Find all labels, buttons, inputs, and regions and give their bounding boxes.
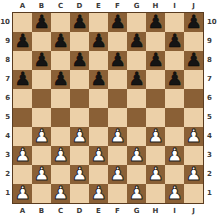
square-d4[interactable]: ♟ — [70, 127, 89, 146]
square-h4[interactable]: ♟ — [146, 127, 165, 146]
white-pawn[interactable]: ♟ — [71, 165, 87, 183]
square-j3[interactable] — [184, 146, 203, 165]
square-e4[interactable] — [89, 127, 108, 146]
rank-labels-left: 10987654321 — [0, 13, 12, 203]
file-label-j-top: J — [184, 0, 203, 12]
white-pawn[interactable]: ♟ — [33, 127, 49, 145]
square-a7[interactable]: ♟ — [13, 70, 32, 89]
black-pawn[interactable]: ♟ — [147, 51, 163, 69]
rank-label-3-right: 3 — [206, 146, 218, 165]
square-h8[interactable]: ♟ — [146, 51, 165, 70]
square-j6[interactable] — [184, 89, 203, 108]
square-d3[interactable] — [70, 146, 89, 165]
square-f7[interactable] — [108, 70, 127, 89]
square-i1[interactable]: ♟ — [165, 184, 184, 203]
square-b3[interactable] — [32, 146, 51, 165]
square-d8[interactable]: ♟ — [70, 51, 89, 70]
black-pawn[interactable]: ♟ — [128, 70, 144, 88]
black-pawn[interactable]: ♟ — [128, 32, 144, 50]
black-pawn[interactable]: ♟ — [14, 70, 30, 88]
file-label-h-bottom: H — [146, 205, 165, 217]
square-i9[interactable]: ♟ — [165, 32, 184, 51]
square-g10[interactable] — [127, 13, 146, 32]
square-b6[interactable] — [32, 89, 51, 108]
white-pawn[interactable]: ♟ — [147, 127, 163, 145]
square-a10[interactable] — [13, 13, 32, 32]
black-pawn[interactable]: ♟ — [33, 51, 49, 69]
rank-label-1-right: 1 — [206, 184, 218, 203]
rank-label-1-left: 1 — [0, 184, 12, 203]
square-a4[interactable] — [13, 127, 32, 146]
square-d5[interactable] — [70, 108, 89, 127]
square-f3[interactable] — [108, 146, 127, 165]
square-g6[interactable] — [127, 89, 146, 108]
square-a6[interactable] — [13, 89, 32, 108]
square-h6[interactable] — [146, 89, 165, 108]
square-a9[interactable]: ♟ — [13, 32, 32, 51]
rank-label-3-left: 3 — [0, 146, 12, 165]
square-h10[interactable]: ♟ — [146, 13, 165, 32]
black-pawn[interactable]: ♟ — [166, 32, 182, 50]
square-j1[interactable] — [184, 184, 203, 203]
rank-label-6-left: 6 — [0, 89, 12, 108]
square-i10[interactable] — [165, 13, 184, 32]
file-label-b-top: B — [32, 0, 51, 12]
file-label-d-bottom: D — [70, 205, 89, 217]
square-f6[interactable] — [108, 89, 127, 108]
white-pawn[interactable]: ♟ — [33, 165, 49, 183]
square-b10[interactable]: ♟ — [32, 13, 51, 32]
square-h5[interactable] — [146, 108, 165, 127]
square-g8[interactable] — [127, 51, 146, 70]
square-d2[interactable]: ♟ — [70, 165, 89, 184]
rank-label-7-right: 7 — [206, 70, 218, 89]
square-c3[interactable]: ♟ — [51, 146, 70, 165]
black-pawn[interactable]: ♟ — [166, 70, 182, 88]
file-label-g-bottom: G — [127, 205, 146, 217]
square-f5[interactable] — [108, 108, 127, 127]
square-c5[interactable] — [51, 108, 70, 127]
square-i5[interactable] — [165, 108, 184, 127]
square-g1[interactable]: ♟ — [127, 184, 146, 203]
file-label-e-top: E — [89, 0, 108, 12]
square-e1[interactable]: ♟ — [89, 184, 108, 203]
white-pawn[interactable]: ♟ — [166, 146, 182, 164]
square-d10[interactable]: ♟ — [70, 13, 89, 32]
file-label-c-top: C — [51, 0, 70, 12]
white-pawn[interactable]: ♟ — [14, 184, 30, 202]
square-f8[interactable]: ♟ — [108, 51, 127, 70]
black-pawn[interactable]: ♟ — [185, 51, 201, 69]
square-b9[interactable] — [32, 32, 51, 51]
rank-label-10-right: 10 — [206, 13, 218, 32]
black-pawn[interactable]: ♟ — [33, 13, 49, 31]
file-label-f-bottom: F — [108, 205, 127, 217]
square-j10[interactable]: ♟ — [184, 13, 203, 32]
rank-label-10-left: 10 — [0, 13, 12, 32]
square-i8[interactable] — [165, 51, 184, 70]
square-a8[interactable] — [13, 51, 32, 70]
square-g7[interactable]: ♟ — [127, 70, 146, 89]
square-i7[interactable]: ♟ — [165, 70, 184, 89]
rank-label-8-left: 8 — [0, 51, 12, 70]
square-c1[interactable]: ♟ — [51, 184, 70, 203]
square-e2[interactable] — [89, 165, 108, 184]
square-c6[interactable] — [51, 89, 70, 108]
square-f10[interactable]: ♟ — [108, 13, 127, 32]
square-h9[interactable] — [146, 32, 165, 51]
square-a1[interactable]: ♟ — [13, 184, 32, 203]
square-h3[interactable] — [146, 146, 165, 165]
square-c8[interactable] — [51, 51, 70, 70]
square-a2[interactable] — [13, 165, 32, 184]
square-c4[interactable] — [51, 127, 70, 146]
rank-label-7-left: 7 — [0, 70, 12, 89]
white-pawn[interactable]: ♟ — [90, 184, 106, 202]
square-j8[interactable]: ♟ — [184, 51, 203, 70]
square-d7[interactable] — [70, 70, 89, 89]
file-label-i-bottom: I — [165, 205, 184, 217]
white-pawn[interactable]: ♟ — [166, 184, 182, 202]
file-label-c-bottom: C — [51, 205, 70, 217]
square-b2[interactable]: ♟ — [32, 165, 51, 184]
file-label-i-top: I — [165, 0, 184, 12]
square-j5[interactable] — [184, 108, 203, 127]
square-g9[interactable]: ♟ — [127, 32, 146, 51]
white-pawn[interactable]: ♟ — [109, 165, 125, 183]
black-pawn[interactable]: ♟ — [185, 13, 201, 31]
square-g4[interactable] — [127, 127, 146, 146]
white-pawn[interactable]: ♟ — [52, 184, 68, 202]
square-h2[interactable]: ♟ — [146, 165, 165, 184]
file-label-f-top: F — [108, 0, 127, 12]
white-pawn[interactable]: ♟ — [185, 127, 201, 145]
square-e9[interactable]: ♟ — [89, 32, 108, 51]
file-label-b-bottom: B — [32, 205, 51, 217]
rank-label-8-right: 8 — [206, 51, 218, 70]
square-j4[interactable]: ♟ — [184, 127, 203, 146]
rank-label-6-right: 6 — [206, 89, 218, 108]
white-pawn[interactable]: ♟ — [185, 165, 201, 183]
rank-label-5-right: 5 — [206, 108, 218, 127]
file-label-a-bottom: A — [13, 205, 32, 217]
rank-label-4-left: 4 — [0, 127, 12, 146]
square-j7[interactable] — [184, 70, 203, 89]
square-b5[interactable] — [32, 108, 51, 127]
white-pawn[interactable]: ♟ — [90, 146, 106, 164]
white-pawn[interactable]: ♟ — [109, 127, 125, 145]
square-i6[interactable] — [165, 89, 184, 108]
rank-label-9-right: 9 — [206, 32, 218, 51]
square-e6[interactable] — [89, 89, 108, 108]
rank-label-2-right: 2 — [206, 165, 218, 184]
square-h1[interactable] — [146, 184, 165, 203]
black-pawn[interactable]: ♟ — [71, 51, 87, 69]
rank-label-9-left: 9 — [0, 32, 12, 51]
square-a3[interactable]: ♟ — [13, 146, 32, 165]
rank-label-4-right: 4 — [206, 127, 218, 146]
file-label-j-bottom: J — [184, 205, 203, 217]
file-label-a-top: A — [13, 0, 32, 12]
black-pawn[interactable]: ♟ — [71, 13, 87, 31]
draughts-board-screenshot: ABCDEFGHIJ 10987654321 ♟♟♟♟♟♟♟♟♟♟♟♟♟♟♟♟♟… — [0, 0, 220, 217]
square-c9[interactable]: ♟ — [51, 32, 70, 51]
square-f1[interactable] — [108, 184, 127, 203]
file-labels-bottom: ABCDEFGHIJ — [13, 205, 203, 217]
square-b1[interactable] — [32, 184, 51, 203]
file-label-e-bottom: E — [89, 205, 108, 217]
square-e8[interactable] — [89, 51, 108, 70]
square-d6[interactable] — [70, 89, 89, 108]
black-pawn[interactable]: ♟ — [147, 13, 163, 31]
white-pawn[interactable]: ♟ — [128, 146, 144, 164]
square-b7[interactable] — [32, 70, 51, 89]
square-e7[interactable]: ♟ — [89, 70, 108, 89]
square-e10[interactable] — [89, 13, 108, 32]
rank-label-2-left: 2 — [0, 165, 12, 184]
square-g2[interactable] — [127, 165, 146, 184]
square-j9[interactable] — [184, 32, 203, 51]
board: ♟♟♟♟♟♟♟♟♟♟♟♟♟♟♟♟♟♟♟♟♟♟♟♟♟♟♟♟♟♟♟♟♟♟♟♟♟♟♟♟ — [12, 12, 204, 204]
square-i2[interactable] — [165, 165, 184, 184]
square-e3[interactable]: ♟ — [89, 146, 108, 165]
black-pawn[interactable]: ♟ — [90, 70, 106, 88]
black-pawn[interactable]: ♟ — [52, 32, 68, 50]
square-h7[interactable] — [146, 70, 165, 89]
white-pawn[interactable]: ♟ — [128, 184, 144, 202]
square-j2[interactable]: ♟ — [184, 165, 203, 184]
black-pawn[interactable]: ♟ — [14, 32, 30, 50]
square-b8[interactable]: ♟ — [32, 51, 51, 70]
square-e5[interactable] — [89, 108, 108, 127]
square-g3[interactable]: ♟ — [127, 146, 146, 165]
white-pawn[interactable]: ♟ — [71, 127, 87, 145]
black-pawn[interactable]: ♟ — [52, 70, 68, 88]
rank-label-5-left: 5 — [0, 108, 12, 127]
white-pawn[interactable]: ♟ — [14, 146, 30, 164]
rank-labels-right: 10987654321 — [206, 13, 218, 203]
square-d1[interactable] — [70, 184, 89, 203]
square-c2[interactable] — [51, 165, 70, 184]
square-i4[interactable] — [165, 127, 184, 146]
square-c10[interactable] — [51, 13, 70, 32]
black-pawn[interactable]: ♟ — [109, 13, 125, 31]
white-pawn[interactable]: ♟ — [147, 165, 163, 183]
file-label-d-top: D — [70, 0, 89, 12]
white-pawn[interactable]: ♟ — [52, 146, 68, 164]
black-pawn[interactable]: ♟ — [109, 51, 125, 69]
square-f9[interactable] — [108, 32, 127, 51]
square-f4[interactable]: ♟ — [108, 127, 127, 146]
black-pawn[interactable]: ♟ — [90, 32, 106, 50]
square-f2[interactable]: ♟ — [108, 165, 127, 184]
square-c7[interactable]: ♟ — [51, 70, 70, 89]
square-g5[interactable] — [127, 108, 146, 127]
square-i3[interactable]: ♟ — [165, 146, 184, 165]
square-d9[interactable] — [70, 32, 89, 51]
file-label-g-top: G — [127, 0, 146, 12]
square-a5[interactable] — [13, 108, 32, 127]
file-label-h-top: H — [146, 0, 165, 12]
square-b4[interactable]: ♟ — [32, 127, 51, 146]
file-labels-top: ABCDEFGHIJ — [13, 0, 203, 12]
